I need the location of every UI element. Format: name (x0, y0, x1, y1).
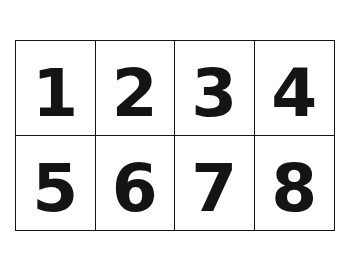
number-card-8: 8 (255, 136, 335, 231)
number-card-5: 5 (16, 136, 96, 231)
cards-grid: 1 2 3 4 5 6 7 8 (15, 40, 335, 231)
card-number: 7 (191, 156, 237, 222)
number-card-2: 2 (96, 41, 176, 136)
card-number: 2 (112, 61, 158, 127)
card-number: 4 (271, 61, 317, 127)
number-card-4: 4 (255, 41, 335, 136)
card-number: 8 (271, 156, 317, 222)
card-number: 6 (112, 156, 158, 222)
number-card-7: 7 (175, 136, 255, 231)
number-card-3: 3 (175, 41, 255, 136)
number-card-6: 6 (96, 136, 176, 231)
card-number: 1 (32, 61, 78, 127)
flashcard-sheet: 1 2 3 4 5 6 7 8 (0, 0, 350, 270)
number-card-1: 1 (16, 41, 96, 136)
card-number: 5 (32, 156, 78, 222)
card-number: 3 (191, 61, 237, 127)
